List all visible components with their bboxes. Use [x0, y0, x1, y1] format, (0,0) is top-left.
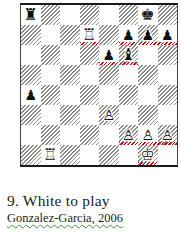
square-g3: [138, 105, 158, 125]
square-f1: [119, 145, 139, 165]
square-h4: [158, 85, 178, 105]
puzzle-caption: 9. White to play: [7, 192, 110, 210]
square-b3: [41, 105, 61, 125]
square-g4: [138, 85, 158, 105]
square-b7: [41, 25, 61, 45]
white-pawn-e3: ♙: [102, 105, 115, 125]
square-c2: [60, 125, 80, 145]
spellcheck-squiggle-g1: [138, 162, 158, 165]
spellcheck-squiggle-f7-h7: [119, 42, 178, 45]
square-a1: [21, 145, 41, 165]
white-rook-b1: ♖: [43, 145, 57, 165]
square-g8: ♚: [138, 5, 158, 25]
spellcheck-squiggle-e6-f6: [99, 62, 138, 65]
square-e1: [99, 145, 119, 165]
square-f5: [119, 65, 139, 85]
square-h8: [158, 5, 178, 25]
square-d3: [80, 105, 100, 125]
square-b1: ♖: [41, 145, 61, 165]
square-a4: ♟: [21, 85, 41, 105]
square-e7: [99, 25, 119, 45]
spellcheck-squiggle-f2-h2: [119, 142, 178, 145]
square-e8: [99, 5, 119, 25]
black-king-g8: ♚: [141, 5, 155, 25]
chess-board: ♜♚♖♟♟♟♟♝♟♙♙♙♙♖♔: [20, 3, 178, 167]
square-d2: [80, 125, 100, 145]
square-a5: [21, 65, 41, 85]
square-b4: [41, 85, 61, 105]
square-d5: [80, 65, 100, 85]
square-a2: [21, 125, 41, 145]
square-f8: [119, 5, 139, 25]
square-b8: [41, 5, 61, 25]
square-d8: [80, 5, 100, 25]
square-b6: [41, 45, 61, 65]
square-c7: [60, 25, 80, 45]
square-b5: [41, 65, 61, 85]
square-h5: [158, 65, 178, 85]
square-c5: [60, 65, 80, 85]
spellcheck-squiggle-d7: [80, 42, 100, 45]
square-f3: [119, 105, 139, 125]
square-c3: [60, 105, 80, 125]
square-h1: [158, 145, 178, 165]
square-d4: [80, 85, 100, 105]
square-c6: [60, 45, 80, 65]
square-c8: [60, 5, 80, 25]
square-d6: [80, 45, 100, 65]
square-d1: [80, 145, 100, 165]
square-e4: [99, 85, 119, 105]
square-f4: [119, 85, 139, 105]
square-e2: [99, 125, 119, 145]
square-a8: ♜: [21, 5, 41, 25]
square-c4: [60, 85, 80, 105]
black-rook-a8: ♜: [24, 5, 38, 25]
square-h6: [158, 45, 178, 65]
square-e5: [99, 65, 119, 85]
square-g6: [138, 45, 158, 65]
square-a7: [21, 25, 41, 45]
black-pawn-a4: ♟: [24, 85, 37, 105]
square-h3: [158, 105, 178, 125]
square-a3: [21, 105, 41, 125]
square-b2: [41, 125, 61, 145]
square-e3: ♙: [99, 105, 119, 125]
source-caption: Gonzalez-Garcia, 2006: [7, 211, 123, 226]
square-a6: [21, 45, 41, 65]
square-g5: [138, 65, 158, 85]
square-c1: [60, 145, 80, 165]
